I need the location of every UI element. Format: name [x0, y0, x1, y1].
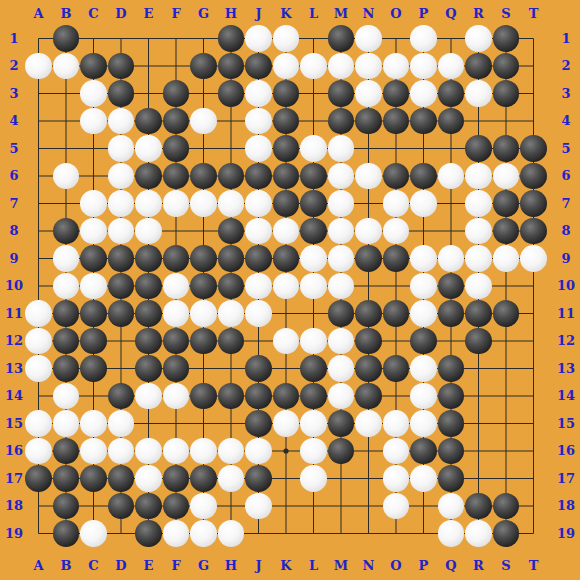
- intersection-D14[interactable]: [107, 382, 135, 410]
- intersection-H7[interactable]: [217, 190, 245, 218]
- intersection-J3[interactable]: [245, 80, 273, 108]
- intersection-K10[interactable]: [272, 272, 300, 300]
- intersection-F13[interactable]: [162, 355, 190, 383]
- intersection-K12[interactable]: [272, 327, 300, 355]
- intersection-P3[interactable]: [410, 80, 438, 108]
- intersection-C16[interactable]: [80, 437, 108, 465]
- intersection-T17[interactable]: [520, 465, 548, 493]
- intersection-T9[interactable]: [520, 245, 548, 273]
- intersection-B16[interactable]: [52, 437, 80, 465]
- intersection-G14[interactable]: [190, 382, 218, 410]
- intersection-O2[interactable]: [382, 52, 410, 80]
- intersection-T16[interactable]: [520, 437, 548, 465]
- intersection-B19[interactable]: [52, 520, 80, 548]
- intersection-R19[interactable]: [465, 520, 493, 548]
- intersection-E14[interactable]: [135, 382, 163, 410]
- intersection-T19[interactable]: [520, 520, 548, 548]
- intersection-Q5[interactable]: [437, 135, 465, 163]
- intersection-D1[interactable]: [107, 25, 135, 53]
- intersection-S8[interactable]: [492, 217, 520, 245]
- intersection-A2[interactable]: [25, 52, 53, 80]
- intersection-M13[interactable]: [327, 355, 355, 383]
- intersection-G6[interactable]: [190, 162, 218, 190]
- intersection-Q13[interactable]: [437, 355, 465, 383]
- intersection-L7[interactable]: [300, 190, 328, 218]
- intersection-F12[interactable]: [162, 327, 190, 355]
- intersection-G7[interactable]: [190, 190, 218, 218]
- intersection-L4[interactable]: [300, 107, 328, 135]
- intersection-G15[interactable]: [190, 410, 218, 438]
- intersection-M15[interactable]: [327, 410, 355, 438]
- intersection-N8[interactable]: [355, 217, 383, 245]
- intersection-C10[interactable]: [80, 272, 108, 300]
- intersection-C8[interactable]: [80, 217, 108, 245]
- intersection-A1[interactable]: [25, 25, 53, 53]
- intersection-F14[interactable]: [162, 382, 190, 410]
- intersection-M8[interactable]: [327, 217, 355, 245]
- intersection-A17[interactable]: [25, 465, 53, 493]
- intersection-K13[interactable]: [272, 355, 300, 383]
- intersection-C1[interactable]: [80, 25, 108, 53]
- intersection-A9[interactable]: [25, 245, 53, 273]
- intersection-M16[interactable]: [327, 437, 355, 465]
- intersection-K3[interactable]: [272, 80, 300, 108]
- intersection-L18[interactable]: [300, 492, 328, 520]
- intersection-G4[interactable]: [190, 107, 218, 135]
- intersection-Q4[interactable]: [437, 107, 465, 135]
- intersection-A11[interactable]: [25, 300, 53, 328]
- intersection-M9[interactable]: [327, 245, 355, 273]
- intersection-M17[interactable]: [327, 465, 355, 493]
- intersection-O17[interactable]: [382, 465, 410, 493]
- intersection-P7[interactable]: [410, 190, 438, 218]
- intersection-S17[interactable]: [492, 465, 520, 493]
- intersection-B7[interactable]: [52, 190, 80, 218]
- intersection-B15[interactable]: [52, 410, 80, 438]
- intersection-M7[interactable]: [327, 190, 355, 218]
- intersection-G17[interactable]: [190, 465, 218, 493]
- intersection-T4[interactable]: [520, 107, 548, 135]
- intersection-S14[interactable]: [492, 382, 520, 410]
- intersection-G8[interactable]: [190, 217, 218, 245]
- intersection-E8[interactable]: [135, 217, 163, 245]
- intersection-J2[interactable]: [245, 52, 273, 80]
- intersection-C4[interactable]: [80, 107, 108, 135]
- intersection-C18[interactable]: [80, 492, 108, 520]
- intersection-N1[interactable]: [355, 25, 383, 53]
- intersection-K2[interactable]: [272, 52, 300, 80]
- intersection-H8[interactable]: [217, 217, 245, 245]
- intersection-O3[interactable]: [382, 80, 410, 108]
- intersection-E18[interactable]: [135, 492, 163, 520]
- intersection-G5[interactable]: [190, 135, 218, 163]
- intersection-D5[interactable]: [107, 135, 135, 163]
- intersection-R4[interactable]: [465, 107, 493, 135]
- intersection-T13[interactable]: [520, 355, 548, 383]
- intersection-K18[interactable]: [272, 492, 300, 520]
- intersection-B8[interactable]: [52, 217, 80, 245]
- intersection-R13[interactable]: [465, 355, 493, 383]
- intersection-Q11[interactable]: [437, 300, 465, 328]
- intersection-A3[interactable]: [25, 80, 53, 108]
- intersection-G2[interactable]: [190, 52, 218, 80]
- intersection-L9[interactable]: [300, 245, 328, 273]
- intersection-B4[interactable]: [52, 107, 80, 135]
- intersection-H2[interactable]: [217, 52, 245, 80]
- intersection-F15[interactable]: [162, 410, 190, 438]
- intersection-S5[interactable]: [492, 135, 520, 163]
- intersection-J15[interactable]: [245, 410, 273, 438]
- intersection-L1[interactable]: [300, 25, 328, 53]
- intersection-L2[interactable]: [300, 52, 328, 80]
- intersection-B5[interactable]: [52, 135, 80, 163]
- intersection-O11[interactable]: [382, 300, 410, 328]
- intersection-B17[interactable]: [52, 465, 80, 493]
- intersection-L5[interactable]: [300, 135, 328, 163]
- intersection-H1[interactable]: [217, 25, 245, 53]
- intersection-A4[interactable]: [25, 107, 53, 135]
- intersection-C6[interactable]: [80, 162, 108, 190]
- intersection-J13[interactable]: [245, 355, 273, 383]
- intersection-E5[interactable]: [135, 135, 163, 163]
- intersection-M12[interactable]: [327, 327, 355, 355]
- intersection-F11[interactable]: [162, 300, 190, 328]
- intersection-A14[interactable]: [25, 382, 53, 410]
- intersection-Q2[interactable]: [437, 52, 465, 80]
- intersection-D12[interactable]: [107, 327, 135, 355]
- intersection-Q1[interactable]: [437, 25, 465, 53]
- intersection-P14[interactable]: [410, 382, 438, 410]
- intersection-N17[interactable]: [355, 465, 383, 493]
- intersection-K1[interactable]: [272, 25, 300, 53]
- intersection-M18[interactable]: [327, 492, 355, 520]
- intersection-T6[interactable]: [520, 162, 548, 190]
- intersection-T18[interactable]: [520, 492, 548, 520]
- intersection-S19[interactable]: [492, 520, 520, 548]
- intersection-M1[interactable]: [327, 25, 355, 53]
- intersection-N15[interactable]: [355, 410, 383, 438]
- intersection-K7[interactable]: [272, 190, 300, 218]
- intersection-S12[interactable]: [492, 327, 520, 355]
- intersection-G9[interactable]: [190, 245, 218, 273]
- intersection-R7[interactable]: [465, 190, 493, 218]
- intersection-C5[interactable]: [80, 135, 108, 163]
- intersection-L13[interactable]: [300, 355, 328, 383]
- intersection-D2[interactable]: [107, 52, 135, 80]
- intersection-Q7[interactable]: [437, 190, 465, 218]
- intersection-D11[interactable]: [107, 300, 135, 328]
- intersection-Q15[interactable]: [437, 410, 465, 438]
- intersection-B3[interactable]: [52, 80, 80, 108]
- intersection-J5[interactable]: [245, 135, 273, 163]
- intersection-E2[interactable]: [135, 52, 163, 80]
- intersection-C17[interactable]: [80, 465, 108, 493]
- intersection-M19[interactable]: [327, 520, 355, 548]
- intersection-C2[interactable]: [80, 52, 108, 80]
- intersection-P11[interactable]: [410, 300, 438, 328]
- intersection-D8[interactable]: [107, 217, 135, 245]
- intersection-Q17[interactable]: [437, 465, 465, 493]
- intersection-L3[interactable]: [300, 80, 328, 108]
- intersection-E13[interactable]: [135, 355, 163, 383]
- intersection-G1[interactable]: [190, 25, 218, 53]
- intersection-F10[interactable]: [162, 272, 190, 300]
- intersection-L16[interactable]: [300, 437, 328, 465]
- intersection-L8[interactable]: [300, 217, 328, 245]
- intersection-O7[interactable]: [382, 190, 410, 218]
- intersection-O19[interactable]: [382, 520, 410, 548]
- intersection-T3[interactable]: [520, 80, 548, 108]
- intersection-D18[interactable]: [107, 492, 135, 520]
- intersection-L14[interactable]: [300, 382, 328, 410]
- intersection-C3[interactable]: [80, 80, 108, 108]
- intersection-N3[interactable]: [355, 80, 383, 108]
- intersection-B13[interactable]: [52, 355, 80, 383]
- intersection-H3[interactable]: [217, 80, 245, 108]
- intersection-Q3[interactable]: [437, 80, 465, 108]
- intersection-J12[interactable]: [245, 327, 273, 355]
- intersection-T1[interactable]: [520, 25, 548, 53]
- intersection-H15[interactable]: [217, 410, 245, 438]
- intersection-B18[interactable]: [52, 492, 80, 520]
- intersection-L10[interactable]: [300, 272, 328, 300]
- intersection-Q9[interactable]: [437, 245, 465, 273]
- intersection-P12[interactable]: [410, 327, 438, 355]
- intersection-J11[interactable]: [245, 300, 273, 328]
- intersection-F19[interactable]: [162, 520, 190, 548]
- intersection-A13[interactable]: [25, 355, 53, 383]
- intersection-P9[interactable]: [410, 245, 438, 273]
- intersection-J7[interactable]: [245, 190, 273, 218]
- intersection-K4[interactable]: [272, 107, 300, 135]
- intersection-R14[interactable]: [465, 382, 493, 410]
- intersection-C12[interactable]: [80, 327, 108, 355]
- intersection-A15[interactable]: [25, 410, 53, 438]
- intersection-S13[interactable]: [492, 355, 520, 383]
- intersection-R10[interactable]: [465, 272, 493, 300]
- intersection-P18[interactable]: [410, 492, 438, 520]
- intersection-J4[interactable]: [245, 107, 273, 135]
- intersection-N16[interactable]: [355, 437, 383, 465]
- intersection-D13[interactable]: [107, 355, 135, 383]
- intersection-K17[interactable]: [272, 465, 300, 493]
- intersection-D4[interactable]: [107, 107, 135, 135]
- intersection-O9[interactable]: [382, 245, 410, 273]
- intersection-P5[interactable]: [410, 135, 438, 163]
- intersection-A10[interactable]: [25, 272, 53, 300]
- intersection-Q12[interactable]: [437, 327, 465, 355]
- intersection-B10[interactable]: [52, 272, 80, 300]
- intersection-K9[interactable]: [272, 245, 300, 273]
- intersection-B11[interactable]: [52, 300, 80, 328]
- intersection-R17[interactable]: [465, 465, 493, 493]
- intersection-E6[interactable]: [135, 162, 163, 190]
- intersection-T14[interactable]: [520, 382, 548, 410]
- intersection-O14[interactable]: [382, 382, 410, 410]
- intersection-H19[interactable]: [217, 520, 245, 548]
- intersection-K14[interactable]: [272, 382, 300, 410]
- intersection-L12[interactable]: [300, 327, 328, 355]
- intersection-O1[interactable]: [382, 25, 410, 53]
- intersection-O10[interactable]: [382, 272, 410, 300]
- intersection-O6[interactable]: [382, 162, 410, 190]
- intersection-H14[interactable]: [217, 382, 245, 410]
- intersection-A8[interactable]: [25, 217, 53, 245]
- intersection-Q16[interactable]: [437, 437, 465, 465]
- intersection-G13[interactable]: [190, 355, 218, 383]
- intersection-N19[interactable]: [355, 520, 383, 548]
- intersection-J8[interactable]: [245, 217, 273, 245]
- intersection-G18[interactable]: [190, 492, 218, 520]
- intersection-R6[interactable]: [465, 162, 493, 190]
- intersection-O8[interactable]: [382, 217, 410, 245]
- intersection-B6[interactable]: [52, 162, 80, 190]
- intersection-N5[interactable]: [355, 135, 383, 163]
- intersection-R1[interactable]: [465, 25, 493, 53]
- intersection-Q6[interactable]: [437, 162, 465, 190]
- intersection-O12[interactable]: [382, 327, 410, 355]
- intersection-F17[interactable]: [162, 465, 190, 493]
- intersection-J10[interactable]: [245, 272, 273, 300]
- intersection-M6[interactable]: [327, 162, 355, 190]
- intersection-R3[interactable]: [465, 80, 493, 108]
- intersection-J9[interactable]: [245, 245, 273, 273]
- intersection-H17[interactable]: [217, 465, 245, 493]
- intersection-A7[interactable]: [25, 190, 53, 218]
- intersection-H10[interactable]: [217, 272, 245, 300]
- intersection-D19[interactable]: [107, 520, 135, 548]
- intersection-P6[interactable]: [410, 162, 438, 190]
- intersection-L19[interactable]: [300, 520, 328, 548]
- intersection-G12[interactable]: [190, 327, 218, 355]
- intersection-N4[interactable]: [355, 107, 383, 135]
- intersection-K6[interactable]: [272, 162, 300, 190]
- intersection-F6[interactable]: [162, 162, 190, 190]
- intersection-E7[interactable]: [135, 190, 163, 218]
- intersection-E10[interactable]: [135, 272, 163, 300]
- intersection-R9[interactable]: [465, 245, 493, 273]
- intersection-C9[interactable]: [80, 245, 108, 273]
- intersection-E16[interactable]: [135, 437, 163, 465]
- intersection-E15[interactable]: [135, 410, 163, 438]
- intersection-O13[interactable]: [382, 355, 410, 383]
- intersection-H9[interactable]: [217, 245, 245, 273]
- intersection-E3[interactable]: [135, 80, 163, 108]
- intersection-S4[interactable]: [492, 107, 520, 135]
- intersection-A6[interactable]: [25, 162, 53, 190]
- intersection-J16[interactable]: [245, 437, 273, 465]
- intersection-P16[interactable]: [410, 437, 438, 465]
- intersection-D6[interactable]: [107, 162, 135, 190]
- intersection-O5[interactable]: [382, 135, 410, 163]
- intersection-T2[interactable]: [520, 52, 548, 80]
- intersection-P13[interactable]: [410, 355, 438, 383]
- intersection-A5[interactable]: [25, 135, 53, 163]
- intersection-B12[interactable]: [52, 327, 80, 355]
- intersection-F18[interactable]: [162, 492, 190, 520]
- intersection-N6[interactable]: [355, 162, 383, 190]
- intersection-D17[interactable]: [107, 465, 135, 493]
- intersection-T15[interactable]: [520, 410, 548, 438]
- intersection-E11[interactable]: [135, 300, 163, 328]
- intersection-K16[interactable]: [272, 437, 300, 465]
- intersection-F16[interactable]: [162, 437, 190, 465]
- intersection-H18[interactable]: [217, 492, 245, 520]
- intersection-J19[interactable]: [245, 520, 273, 548]
- intersection-P1[interactable]: [410, 25, 438, 53]
- intersection-S2[interactable]: [492, 52, 520, 80]
- intersection-D15[interactable]: [107, 410, 135, 438]
- intersection-N9[interactable]: [355, 245, 383, 273]
- intersection-S16[interactable]: [492, 437, 520, 465]
- intersection-B1[interactable]: [52, 25, 80, 53]
- intersection-G3[interactable]: [190, 80, 218, 108]
- intersection-R11[interactable]: [465, 300, 493, 328]
- intersection-O4[interactable]: [382, 107, 410, 135]
- intersection-T8[interactable]: [520, 217, 548, 245]
- intersection-N7[interactable]: [355, 190, 383, 218]
- intersection-Q19[interactable]: [437, 520, 465, 548]
- intersection-J14[interactable]: [245, 382, 273, 410]
- intersection-R15[interactable]: [465, 410, 493, 438]
- intersection-D10[interactable]: [107, 272, 135, 300]
- intersection-C19[interactable]: [80, 520, 108, 548]
- intersection-O16[interactable]: [382, 437, 410, 465]
- intersection-M10[interactable]: [327, 272, 355, 300]
- intersection-S3[interactable]: [492, 80, 520, 108]
- intersection-P2[interactable]: [410, 52, 438, 80]
- intersection-C13[interactable]: [80, 355, 108, 383]
- intersection-M2[interactable]: [327, 52, 355, 80]
- intersection-T7[interactable]: [520, 190, 548, 218]
- intersection-H6[interactable]: [217, 162, 245, 190]
- intersection-P8[interactable]: [410, 217, 438, 245]
- intersection-K15[interactable]: [272, 410, 300, 438]
- intersection-R18[interactable]: [465, 492, 493, 520]
- intersection-S11[interactable]: [492, 300, 520, 328]
- intersection-D16[interactable]: [107, 437, 135, 465]
- intersection-N2[interactable]: [355, 52, 383, 80]
- intersection-C11[interactable]: [80, 300, 108, 328]
- intersection-P10[interactable]: [410, 272, 438, 300]
- intersection-M11[interactable]: [327, 300, 355, 328]
- intersection-A18[interactable]: [25, 492, 53, 520]
- intersection-H4[interactable]: [217, 107, 245, 135]
- intersection-K11[interactable]: [272, 300, 300, 328]
- intersection-A19[interactable]: [25, 520, 53, 548]
- intersection-R8[interactable]: [465, 217, 493, 245]
- intersection-S6[interactable]: [492, 162, 520, 190]
- intersection-S15[interactable]: [492, 410, 520, 438]
- intersection-D7[interactable]: [107, 190, 135, 218]
- intersection-A16[interactable]: [25, 437, 53, 465]
- intersection-N14[interactable]: [355, 382, 383, 410]
- intersection-R5[interactable]: [465, 135, 493, 163]
- intersection-R16[interactable]: [465, 437, 493, 465]
- intersection-B14[interactable]: [52, 382, 80, 410]
- intersection-N13[interactable]: [355, 355, 383, 383]
- intersection-K5[interactable]: [272, 135, 300, 163]
- intersection-H13[interactable]: [217, 355, 245, 383]
- intersection-R2[interactable]: [465, 52, 493, 80]
- intersection-P4[interactable]: [410, 107, 438, 135]
- intersection-E1[interactable]: [135, 25, 163, 53]
- intersection-L17[interactable]: [300, 465, 328, 493]
- intersection-F4[interactable]: [162, 107, 190, 135]
- intersection-O18[interactable]: [382, 492, 410, 520]
- intersection-P19[interactable]: [410, 520, 438, 548]
- intersection-J1[interactable]: [245, 25, 273, 53]
